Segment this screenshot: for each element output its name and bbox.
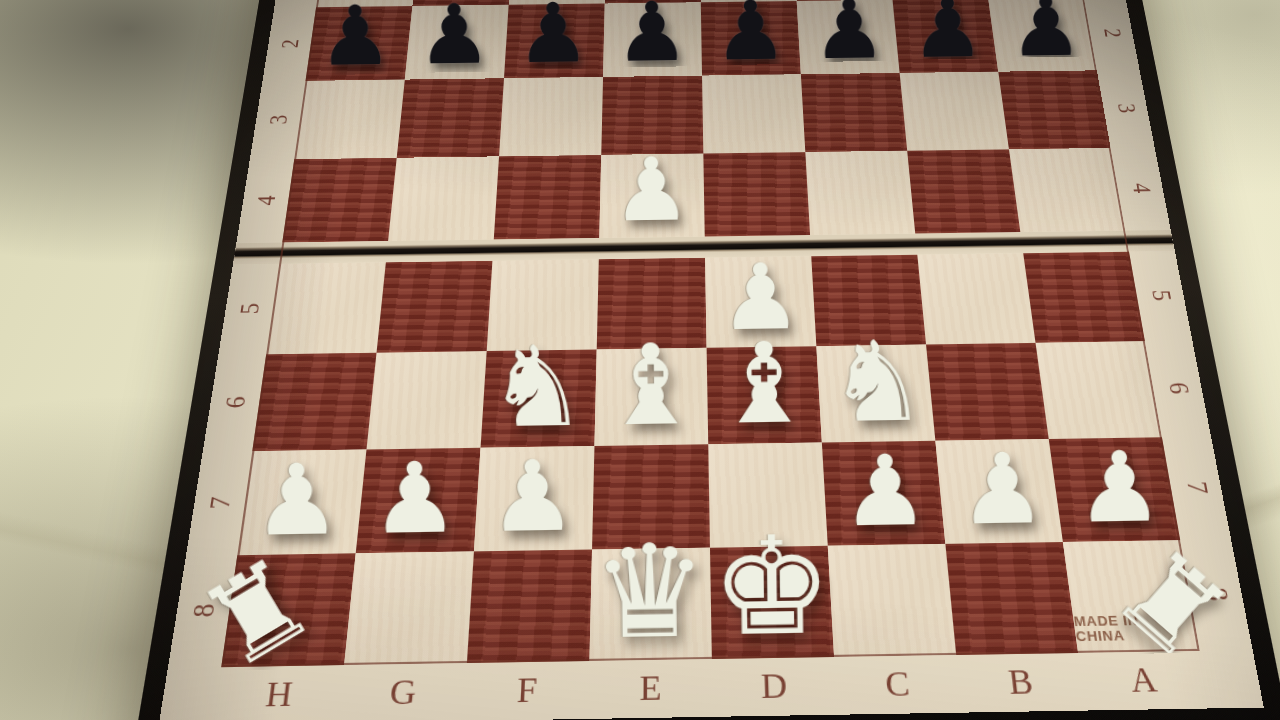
square-C8 [828, 544, 956, 657]
square-E6: ♝ [594, 348, 708, 446]
white-pawn-E4: ♟ [598, 150, 704, 232]
black-pawn-F2: ♟ [503, 0, 603, 73]
file-label-C: C [834, 655, 962, 715]
square-F4 [494, 155, 601, 240]
square-G5 [377, 261, 493, 353]
file-label-A: A [1078, 651, 1210, 711]
file-label-H: H [213, 665, 344, 720]
file-label-F: F [463, 661, 589, 720]
square-D4 [703, 152, 810, 236]
square-H8: ♜ [221, 553, 355, 667]
file-label-G: G [338, 663, 467, 720]
square-A3 [998, 70, 1110, 149]
square-A2: ♟ [988, 0, 1097, 72]
square-F3 [499, 77, 603, 156]
file-label-D: D [712, 657, 838, 717]
board-panel: ♜♞♝♛♚♝♞♜♟♟♟♟♟♟♟♟♟♟♞♝♝♞♟♟♟♟♟♟♜♛♚♜MADE IN … [159, 0, 1264, 720]
square-F7: ♟ [474, 446, 595, 551]
square-H3 [294, 80, 405, 160]
chess-board: ♜♞♝♛♚♝♞♜♟♟♟♟♟♟♟♟♟♟♞♝♝♞♟♟♟♟♟♟♜♛♚♜MADE IN … [134, 0, 1280, 720]
black-pawn-A2: ♟ [997, 0, 1096, 66]
square-E3 [601, 76, 703, 155]
square-F8 [467, 550, 592, 663]
square-C7: ♟ [822, 441, 946, 546]
white-knight-F6: ♞ [480, 336, 595, 440]
square-C2: ♟ [797, 0, 900, 74]
rank-label-right-6: 6 [1145, 341, 1211, 438]
square-G6 [366, 351, 486, 449]
square-E2: ♟ [603, 2, 702, 77]
square-C4 [805, 151, 915, 235]
square-B2: ♟ [893, 0, 999, 73]
white-pawn-H7: ♟ [237, 455, 356, 547]
black-pawn-H2: ♟ [305, 0, 405, 75]
square-A7: ♟ [1049, 437, 1180, 542]
white-pawn-A7: ♟ [1061, 443, 1179, 534]
square-D3 [702, 74, 805, 153]
square-C3 [801, 73, 907, 152]
black-pawn-E2: ♟ [602, 0, 702, 71]
square-H5 [266, 262, 386, 354]
square-B5 [917, 253, 1035, 344]
rank-label-left-6: 6 [203, 354, 267, 452]
square-E7 [592, 444, 710, 549]
scene: ♜♞♝♛♚♝♞♜♟♟♟♟♟♟♟♟♟♟♞♝♝♞♟♟♟♟♟♟♜♛♚♜MADE IN … [0, 0, 1280, 720]
square-A4 [1009, 148, 1125, 232]
square-E4: ♟ [599, 154, 704, 239]
black-pawn-G2: ♟ [404, 0, 504, 74]
square-E5 [597, 258, 707, 350]
white-pawn-G7: ♟ [355, 454, 474, 546]
white-pawn-C7: ♟ [826, 446, 944, 538]
square-G8 [344, 551, 474, 665]
square-B8 [945, 542, 1078, 655]
made-in-china-stamp: MADE IN CHINA [1073, 613, 1194, 645]
black-pawn-B2: ♟ [898, 0, 997, 67]
white-pawn-F7: ♟ [473, 452, 592, 544]
square-C5 [811, 255, 926, 346]
square-G2: ♟ [405, 5, 509, 80]
square-D7 [708, 443, 828, 548]
white-queen-E8: ♛ [588, 532, 712, 653]
white-pawn-D5: ♟ [705, 256, 816, 341]
square-D5: ♟ [705, 256, 816, 348]
square-A5 [1023, 252, 1145, 343]
square-E8: ♛ [589, 548, 711, 661]
square-H4 [282, 158, 396, 243]
square-B4 [907, 149, 1020, 233]
square-B3 [900, 72, 1009, 151]
square-H7: ♟ [237, 449, 366, 555]
white-bishop-E6: ♝ [593, 334, 708, 438]
square-D2: ♟ [701, 1, 801, 76]
rank-label-right-4: 4 [1111, 147, 1171, 230]
square-G3 [397, 78, 504, 157]
black-pawn-C2: ♟ [800, 0, 899, 69]
white-knight-C6: ♞ [820, 331, 935, 435]
file-label-E: E [588, 659, 713, 719]
square-F6: ♞ [481, 349, 597, 447]
square-A8: ♜MADE IN CHINA [1063, 540, 1200, 653]
file-label-B: B [956, 653, 1086, 713]
square-B6 [926, 343, 1049, 441]
square-G4 [388, 156, 499, 241]
square-H2: ♟ [306, 6, 413, 81]
square-A6 [1036, 341, 1162, 439]
square-D6: ♝ [707, 346, 822, 444]
black-rook-H1: ♜ [316, 0, 413, 2]
photo-frame: ♜♞♝♛♚♝♞♜♟♟♟♟♟♟♟♟♟♟♞♝♝♞♟♟♟♟♟♟♜♛♚♜MADE IN … [0, 0, 1280, 720]
square-H6 [252, 353, 376, 452]
rank-label-right-8: 8 [1180, 539, 1252, 651]
square-B7: ♟ [935, 439, 1063, 544]
black-knight-G1: ♞ [412, 0, 509, 1]
square-F5 [487, 259, 599, 351]
square-D8: ♚ [710, 546, 834, 659]
square-C6: ♞ [816, 345, 935, 443]
rank-label-right-5: 5 [1129, 251, 1192, 341]
square-G7: ♟ [356, 448, 481, 554]
white-pawn-B7: ♟ [943, 444, 1061, 535]
black-pawn-D2: ♟ [701, 0, 801, 70]
square-F2: ♟ [504, 4, 605, 79]
white-bishop-D6: ♝ [707, 333, 822, 437]
